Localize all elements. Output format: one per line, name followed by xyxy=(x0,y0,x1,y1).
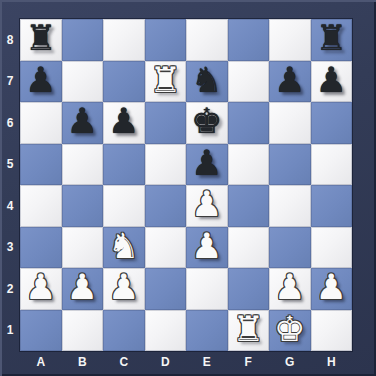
square-b6[interactable]: ♟ xyxy=(62,102,104,144)
square-f2[interactable] xyxy=(228,268,270,310)
square-a3[interactable] xyxy=(20,227,62,269)
square-d8[interactable] xyxy=(145,19,187,61)
piece-white-pawn[interactable]: ♟ xyxy=(191,229,222,264)
square-c1[interactable] xyxy=(103,310,145,352)
piece-white-pawn[interactable]: ♟ xyxy=(191,187,222,222)
square-g3[interactable] xyxy=(269,227,311,269)
rank-label-6: 6 xyxy=(0,102,20,144)
square-g5[interactable] xyxy=(269,144,311,186)
piece-white-pawn[interactable]: ♟ xyxy=(274,270,305,305)
square-e6[interactable]: ♚ xyxy=(186,102,228,144)
square-c3[interactable]: ♞ xyxy=(103,227,145,269)
square-g8[interactable] xyxy=(269,19,311,61)
square-e2[interactable] xyxy=(186,268,228,310)
square-e8[interactable] xyxy=(186,19,228,61)
square-c5[interactable] xyxy=(103,144,145,186)
square-d4[interactable] xyxy=(145,185,187,227)
square-h2[interactable]: ♟ xyxy=(311,268,353,310)
square-g2[interactable]: ♟ xyxy=(269,268,311,310)
square-e5[interactable]: ♟ xyxy=(186,144,228,186)
piece-white-pawn[interactable]: ♟ xyxy=(108,270,139,305)
file-label-c: C xyxy=(103,351,145,372)
file-label-a: A xyxy=(20,351,62,372)
piece-black-pawn[interactable]: ♟ xyxy=(108,104,139,139)
square-f4[interactable] xyxy=(228,185,270,227)
square-c6[interactable]: ♟ xyxy=(103,102,145,144)
square-c7[interactable] xyxy=(103,61,145,103)
file-label-b: B xyxy=(62,351,104,372)
square-h3[interactable] xyxy=(311,227,353,269)
square-f1[interactable]: ♜ xyxy=(228,310,270,352)
piece-black-pawn[interactable]: ♟ xyxy=(316,63,347,98)
square-d3[interactable] xyxy=(145,227,187,269)
square-c4[interactable] xyxy=(103,185,145,227)
square-h4[interactable] xyxy=(311,185,353,227)
piece-black-pawn[interactable]: ♟ xyxy=(191,146,222,181)
piece-white-rook[interactable]: ♜ xyxy=(233,312,264,347)
piece-black-knight[interactable]: ♞ xyxy=(191,63,222,98)
square-a8[interactable]: ♜ xyxy=(20,19,62,61)
piece-black-pawn[interactable]: ♟ xyxy=(67,104,98,139)
rank-labels: 87654321 xyxy=(0,19,20,351)
piece-black-king[interactable]: ♚ xyxy=(191,104,222,139)
square-e3[interactable]: ♟ xyxy=(186,227,228,269)
file-label-g: G xyxy=(269,351,311,372)
rank-label-1: 1 xyxy=(0,310,20,352)
square-f6[interactable] xyxy=(228,102,270,144)
square-b8[interactable] xyxy=(62,19,104,61)
square-d5[interactable] xyxy=(145,144,187,186)
square-h1[interactable] xyxy=(311,310,353,352)
square-b7[interactable] xyxy=(62,61,104,103)
square-b1[interactable] xyxy=(62,310,104,352)
piece-white-king[interactable]: ♚ xyxy=(274,312,305,347)
file-label-d: D xyxy=(145,351,187,372)
rank-label-7: 7 xyxy=(0,61,20,103)
square-a4[interactable] xyxy=(20,185,62,227)
square-d1[interactable] xyxy=(145,310,187,352)
square-d6[interactable] xyxy=(145,102,187,144)
square-f3[interactable] xyxy=(228,227,270,269)
rank-label-2: 2 xyxy=(0,268,20,310)
file-label-e: E xyxy=(186,351,228,372)
piece-black-pawn[interactable]: ♟ xyxy=(25,63,56,98)
square-b5[interactable] xyxy=(62,144,104,186)
square-f7[interactable] xyxy=(228,61,270,103)
square-h7[interactable]: ♟ xyxy=(311,61,353,103)
piece-white-rook[interactable]: ♜ xyxy=(150,63,181,98)
square-g6[interactable] xyxy=(269,102,311,144)
piece-white-knight[interactable]: ♞ xyxy=(108,229,139,264)
square-a5[interactable] xyxy=(20,144,62,186)
square-e1[interactable] xyxy=(186,310,228,352)
square-g1[interactable]: ♚ xyxy=(269,310,311,352)
chess-board-frame: 87654321 ♜♜♟♜♞♟♟♟♟♚♟♟♞♟♟♟♟♟♟♜♚ ABCDEFGH xyxy=(0,0,376,376)
chess-board: ♜♜♟♜♞♟♟♟♟♚♟♟♞♟♟♟♟♟♟♜♚ xyxy=(20,19,352,351)
square-h5[interactable] xyxy=(311,144,353,186)
square-e4[interactable]: ♟ xyxy=(186,185,228,227)
square-a2[interactable]: ♟ xyxy=(20,268,62,310)
square-d7[interactable]: ♜ xyxy=(145,61,187,103)
piece-black-pawn[interactable]: ♟ xyxy=(274,63,305,98)
square-c2[interactable]: ♟ xyxy=(103,268,145,310)
file-labels: ABCDEFGH xyxy=(20,351,352,372)
rank-label-3: 3 xyxy=(0,227,20,269)
piece-white-pawn[interactable]: ♟ xyxy=(67,270,98,305)
square-a6[interactable] xyxy=(20,102,62,144)
square-c8[interactable] xyxy=(103,19,145,61)
square-d2[interactable] xyxy=(145,268,187,310)
rank-label-5: 5 xyxy=(0,144,20,186)
piece-black-rook[interactable]: ♜ xyxy=(316,21,347,56)
square-f8[interactable] xyxy=(228,19,270,61)
rank-label-8: 8 xyxy=(0,19,20,61)
square-b2[interactable]: ♟ xyxy=(62,268,104,310)
square-h8[interactable]: ♜ xyxy=(311,19,353,61)
square-h6[interactable] xyxy=(311,102,353,144)
square-f5[interactable] xyxy=(228,144,270,186)
square-b4[interactable] xyxy=(62,185,104,227)
square-a7[interactable]: ♟ xyxy=(20,61,62,103)
square-g7[interactable]: ♟ xyxy=(269,61,311,103)
square-e7[interactable]: ♞ xyxy=(186,61,228,103)
piece-white-pawn[interactable]: ♟ xyxy=(25,270,56,305)
file-label-f: F xyxy=(228,351,270,372)
square-g4[interactable] xyxy=(269,185,311,227)
rank-label-4: 4 xyxy=(0,185,20,227)
square-a1[interactable] xyxy=(20,310,62,352)
file-label-h: H xyxy=(311,351,353,372)
piece-white-pawn[interactable]: ♟ xyxy=(316,270,347,305)
piece-black-rook[interactable]: ♜ xyxy=(25,21,56,56)
square-b3[interactable] xyxy=(62,227,104,269)
